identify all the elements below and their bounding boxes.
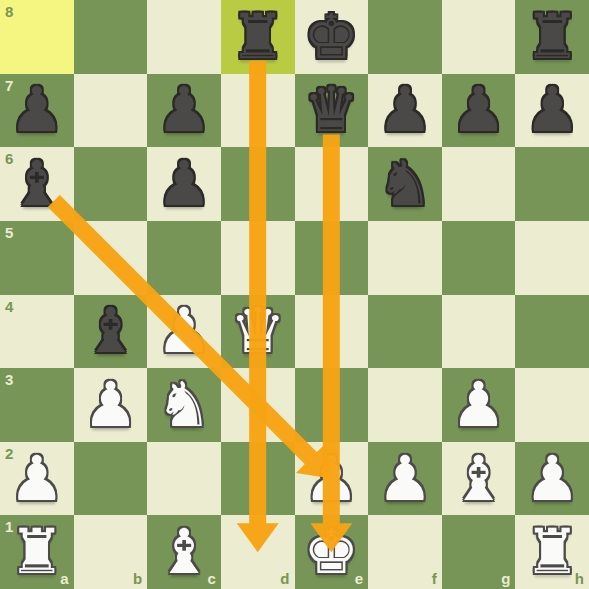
square-g2[interactable]: ♝ [442, 442, 516, 516]
square-f1[interactable]: f [368, 515, 442, 589]
piece-black-pawn[interactable]: ♟ [442, 74, 516, 148]
square-f4[interactable] [368, 295, 442, 369]
square-c7[interactable]: ♟ [147, 74, 221, 148]
square-c4[interactable]: ♟ [147, 295, 221, 369]
piece-white-rook[interactable]: ♜ [0, 515, 74, 589]
square-d5[interactable] [221, 221, 295, 295]
square-a6[interactable]: 6♝ [0, 147, 74, 221]
square-g6[interactable] [442, 147, 516, 221]
rank-label-4: 4 [5, 298, 13, 315]
square-e6[interactable] [295, 147, 369, 221]
piece-black-pawn[interactable]: ♟ [0, 74, 74, 148]
file-label-b: b [133, 570, 142, 587]
piece-white-pawn[interactable]: ♟ [74, 368, 148, 442]
piece-white-knight[interactable]: ♞ [147, 368, 221, 442]
square-c2[interactable] [147, 442, 221, 516]
square-f7[interactable]: ♟ [368, 74, 442, 148]
square-f3[interactable] [368, 368, 442, 442]
piece-black-rook[interactable]: ♜ [515, 0, 589, 74]
piece-white-pawn[interactable]: ♟ [442, 368, 516, 442]
board-grid: 8♜♚♜7♟♟♛♟♟♟6♝♟♞54♝♟♛3♟♞♟2♟♟♟♝♟1a♜bc♝de♚f… [0, 0, 589, 589]
square-f5[interactable] [368, 221, 442, 295]
piece-black-king[interactable]: ♚ [295, 0, 369, 74]
rank-label-5: 5 [5, 224, 13, 241]
square-b6[interactable] [74, 147, 148, 221]
rank-label-3: 3 [5, 371, 13, 388]
piece-white-pawn[interactable]: ♟ [295, 442, 369, 516]
square-e1[interactable]: e♚ [295, 515, 369, 589]
square-d4[interactable]: ♛ [221, 295, 295, 369]
piece-black-bishop[interactable]: ♝ [74, 295, 148, 369]
piece-white-pawn[interactable]: ♟ [515, 442, 589, 516]
square-d2[interactable] [221, 442, 295, 516]
piece-white-pawn[interactable]: ♟ [0, 442, 74, 516]
square-d6[interactable] [221, 147, 295, 221]
square-g8[interactable] [442, 0, 516, 74]
square-a4[interactable]: 4 [0, 295, 74, 369]
square-e3[interactable] [295, 368, 369, 442]
square-h8[interactable]: ♜ [515, 0, 589, 74]
square-e4[interactable] [295, 295, 369, 369]
square-b4[interactable]: ♝ [74, 295, 148, 369]
square-h4[interactable] [515, 295, 589, 369]
square-c6[interactable]: ♟ [147, 147, 221, 221]
file-label-g: g [501, 570, 510, 587]
square-g3[interactable]: ♟ [442, 368, 516, 442]
square-a5[interactable]: 5 [0, 221, 74, 295]
square-h7[interactable]: ♟ [515, 74, 589, 148]
piece-white-king[interactable]: ♚ [295, 515, 369, 589]
square-a2[interactable]: 2♟ [0, 442, 74, 516]
square-c5[interactable] [147, 221, 221, 295]
square-e5[interactable] [295, 221, 369, 295]
square-b7[interactable] [74, 74, 148, 148]
piece-black-pawn[interactable]: ♟ [368, 74, 442, 148]
piece-white-queen[interactable]: ♛ [221, 295, 295, 369]
square-f6[interactable]: ♞ [368, 147, 442, 221]
piece-black-bishop[interactable]: ♝ [0, 147, 74, 221]
file-label-f: f [432, 570, 437, 587]
square-e8[interactable]: ♚ [295, 0, 369, 74]
square-b5[interactable] [74, 221, 148, 295]
square-d8[interactable]: ♜ [221, 0, 295, 74]
piece-white-pawn[interactable]: ♟ [147, 295, 221, 369]
square-h6[interactable] [515, 147, 589, 221]
square-d3[interactable] [221, 368, 295, 442]
square-h5[interactable] [515, 221, 589, 295]
square-c8[interactable] [147, 0, 221, 74]
square-g7[interactable]: ♟ [442, 74, 516, 148]
square-g1[interactable]: g [442, 515, 516, 589]
square-a3[interactable]: 3 [0, 368, 74, 442]
square-b1[interactable]: b [74, 515, 148, 589]
file-label-d: d [280, 570, 289, 587]
piece-black-pawn[interactable]: ♟ [147, 74, 221, 148]
piece-black-queen[interactable]: ♛ [295, 74, 369, 148]
piece-black-pawn[interactable]: ♟ [515, 74, 589, 148]
square-c3[interactable]: ♞ [147, 368, 221, 442]
piece-black-knight[interactable]: ♞ [368, 147, 442, 221]
square-b2[interactable] [74, 442, 148, 516]
square-h2[interactable]: ♟ [515, 442, 589, 516]
square-g5[interactable] [442, 221, 516, 295]
chess-board: 8♜♚♜7♟♟♛♟♟♟6♝♟♞54♝♟♛3♟♞♟2♟♟♟♝♟1a♜bc♝de♚f… [0, 0, 589, 589]
piece-black-rook[interactable]: ♜ [221, 0, 295, 74]
square-a8[interactable]: 8 [0, 0, 74, 74]
piece-white-pawn[interactable]: ♟ [368, 442, 442, 516]
rank-label-8: 8 [5, 3, 13, 20]
square-f8[interactable] [368, 0, 442, 74]
square-h3[interactable] [515, 368, 589, 442]
piece-black-pawn[interactable]: ♟ [147, 147, 221, 221]
square-f2[interactable]: ♟ [368, 442, 442, 516]
piece-white-bishop[interactable]: ♝ [442, 442, 516, 516]
square-g4[interactable] [442, 295, 516, 369]
piece-white-bishop[interactable]: ♝ [147, 515, 221, 589]
square-c1[interactable]: c♝ [147, 515, 221, 589]
square-e7[interactable]: ♛ [295, 74, 369, 148]
square-a7[interactable]: 7♟ [0, 74, 74, 148]
square-a1[interactable]: 1a♜ [0, 515, 74, 589]
square-b3[interactable]: ♟ [74, 368, 148, 442]
square-b8[interactable] [74, 0, 148, 74]
square-e2[interactable]: ♟ [295, 442, 369, 516]
square-h1[interactable]: h♜ [515, 515, 589, 589]
square-d7[interactable] [221, 74, 295, 148]
square-d1[interactable]: d [221, 515, 295, 589]
piece-white-rook[interactable]: ♜ [515, 515, 589, 589]
